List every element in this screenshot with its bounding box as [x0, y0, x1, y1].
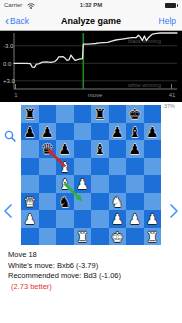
board-square-d4[interactable]: ♟ — [74, 175, 92, 193]
board-square-g5[interactable] — [126, 158, 144, 176]
page-title: Analyze game — [0, 16, 182, 26]
board-square-g4[interactable] — [126, 175, 144, 193]
board-square-f5[interactable] — [109, 158, 127, 176]
board-square-e6[interactable]: ♝ — [91, 140, 109, 158]
previous-move-button[interactable] — [3, 203, 13, 219]
board-square-a2[interactable]: ♟ — [21, 210, 39, 228]
board-square-g6[interactable]: ♟ — [126, 140, 144, 158]
board-square-b3[interactable] — [39, 193, 57, 211]
white-queen: ♛ — [21, 193, 39, 211]
board-square-c4[interactable]: ♝ — [56, 175, 74, 193]
white-pawn: ♟ — [109, 210, 127, 228]
board-square-b1[interactable] — [39, 228, 57, 246]
board-square-d8[interactable] — [74, 105, 92, 123]
board-square-e2[interactable] — [91, 210, 109, 228]
board-square-g8[interactable]: ♚ — [126, 105, 144, 123]
board-square-f7[interactable]: ♟ — [109, 123, 127, 141]
black-knight: ♞ — [56, 193, 74, 211]
board-square-a4[interactable] — [21, 175, 39, 193]
board-square-c2[interactable] — [56, 210, 74, 228]
black-pawn: ♟ — [144, 123, 162, 141]
board-square-c7[interactable] — [56, 123, 74, 141]
board-square-h3[interactable] — [144, 193, 162, 211]
board-square-e4[interactable] — [91, 175, 109, 193]
board-square-b8[interactable] — [39, 105, 57, 123]
board-square-e8[interactable]: ♜ — [91, 105, 109, 123]
board-square-g3[interactable] — [126, 193, 144, 211]
black-rook: ♜ — [21, 105, 39, 123]
black-pawn: ♟ — [39, 123, 57, 141]
board-square-a5[interactable] — [21, 158, 39, 176]
board-square-c1[interactable] — [56, 228, 74, 246]
board-square-c3[interactable]: ♞ — [56, 193, 74, 211]
board-square-g7[interactable]: ♝ — [126, 123, 144, 141]
board-square-d6[interactable] — [74, 140, 92, 158]
black-pawn: ♟ — [109, 123, 127, 141]
status-time: 1:32 PM — [0, 2, 182, 8]
board-square-h5[interactable] — [144, 158, 162, 176]
board-square-h2[interactable]: ♟ — [144, 210, 162, 228]
app-screen: Carrier 1:32 PM ‹Back Analyze game Help … — [0, 0, 182, 323]
black-rook: ♜ — [91, 105, 109, 123]
board-square-a1[interactable] — [21, 228, 39, 246]
eval-difference-label: (2.73 better) — [8, 282, 121, 293]
y-label-bottom: +3.0 — [3, 78, 16, 84]
board-square-h8[interactable] — [144, 105, 162, 123]
black-king: ♚ — [126, 105, 144, 123]
board-square-f6[interactable] — [109, 140, 127, 158]
move-info-panel: Move 18 White's move: Bxb6 (-3.79) Recom… — [8, 250, 121, 292]
board-square-h6[interactable] — [144, 140, 162, 158]
board-square-e3[interactable] — [91, 193, 109, 211]
x-label-start: 1 — [14, 92, 18, 98]
board-square-a3[interactable]: ♛ — [21, 193, 39, 211]
status-bar: Carrier 1:32 PM — [0, 0, 182, 11]
board-square-b2[interactable] — [39, 210, 57, 228]
x-axis-title: move — [88, 92, 103, 98]
next-move-button[interactable] — [169, 203, 179, 219]
white-king: ♚ — [109, 228, 127, 246]
board-square-h1[interactable]: ♜ — [144, 228, 162, 246]
board-square-g2[interactable]: ♟ — [126, 210, 144, 228]
board-square-a8[interactable]: ♜ — [21, 105, 39, 123]
magnify-icon[interactable] — [4, 130, 17, 143]
chess-board: ♜♜♚♟♟♟♝♟♛♟♝♟♝♝♟♛♞♞♟♟♟♟♜♚♜ — [21, 105, 161, 245]
board-square-a6[interactable] — [21, 140, 39, 158]
board-square-h7[interactable]: ♟ — [144, 123, 162, 141]
board-square-b5[interactable] — [39, 158, 57, 176]
board-square-d2[interactable] — [74, 210, 92, 228]
black-pawn: ♟ — [56, 140, 74, 158]
board-square-h4[interactable] — [144, 175, 162, 193]
y-label-top: -3.0 — [3, 43, 14, 49]
board-square-a7[interactable]: ♟ — [21, 123, 39, 141]
board-square-c8[interactable] — [56, 105, 74, 123]
black-queen: ♛ — [39, 140, 57, 158]
board-square-e1[interactable] — [91, 228, 109, 246]
white-rook: ♜ — [74, 228, 92, 246]
white-bishop: ♝ — [56, 158, 74, 176]
white-bishop: ♝ — [56, 175, 74, 193]
board-square-d1[interactable]: ♜ — [74, 228, 92, 246]
white-pawn: ♟ — [126, 210, 144, 228]
white-pawn: ♟ — [144, 210, 162, 228]
board-square-f1[interactable]: ♚ — [109, 228, 127, 246]
board-square-d5[interactable] — [74, 158, 92, 176]
white-rook: ♜ — [144, 228, 162, 246]
black-bishop: ♝ — [91, 140, 109, 158]
white-winning-label: white winning — [127, 82, 161, 88]
evaluation-chart[interactable]: -3.0 0.0 +3.0 1 move 41 black winning wh… — [0, 31, 182, 102]
board-square-d3[interactable] — [74, 193, 92, 211]
board-square-b6[interactable]: ♛ — [39, 140, 57, 158]
analysis-progress: 37% — [164, 103, 175, 109]
move-number-label: Move 18 — [8, 250, 121, 261]
y-label-mid: 0.0 — [3, 61, 12, 67]
board-square-c5[interactable]: ♝ — [56, 158, 74, 176]
board-square-e7[interactable] — [91, 123, 109, 141]
board-square-c6[interactable]: ♟ — [56, 140, 74, 158]
board-square-f8[interactable] — [109, 105, 127, 123]
black-winning-label: black winning — [128, 38, 161, 44]
white-pawn: ♟ — [21, 210, 39, 228]
navigation-bar: ‹Back Analyze game Help — [0, 11, 182, 31]
board-square-f3[interactable]: ♞ — [109, 193, 127, 211]
black-pawn: ♟ — [126, 140, 144, 158]
board-square-b4[interactable] — [39, 175, 57, 193]
white-knight: ♞ — [109, 193, 127, 211]
board-square-d7[interactable] — [74, 123, 92, 141]
x-label-end: 41 — [169, 92, 176, 98]
black-bishop: ♝ — [126, 123, 144, 141]
black-pawn: ♟ — [21, 123, 39, 141]
played-move-label: White's move: Bxb6 (-3.79) — [8, 261, 121, 272]
help-button[interactable]: Help — [159, 16, 176, 26]
white-pawn: ♟ — [74, 175, 92, 193]
recommended-move-label: Recommended move: Bd3 (-1.06) — [8, 271, 121, 282]
board-square-b7[interactable]: ♟ — [39, 123, 57, 141]
board-square-f2[interactable]: ♟ — [109, 210, 127, 228]
battery-icon — [165, 3, 176, 8]
board-square-f4[interactable] — [109, 175, 127, 193]
board-square-g1[interactable] — [126, 228, 144, 246]
board-square-e5[interactable] — [91, 158, 109, 176]
